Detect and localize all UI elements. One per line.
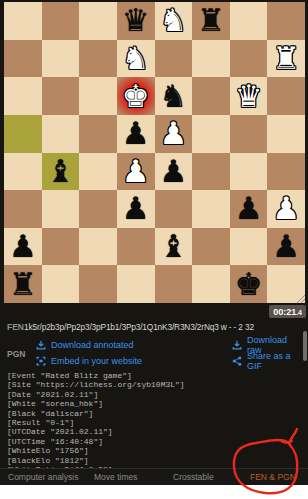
- square-b1[interactable]: [230, 2, 268, 40]
- fen-label: FEN: [7, 322, 24, 332]
- white-rook-a2: ♜: [267, 40, 305, 78]
- pgn-links: Download annotated Download raw Embed in…: [36, 339, 300, 367]
- black-rook-h8: ♜: [4, 265, 42, 303]
- black-pawn-a7: ♟: [267, 228, 305, 266]
- square-h2[interactable]: [4, 40, 42, 78]
- black-pawn-d5: ♟: [155, 153, 193, 191]
- download-raw-link[interactable]: Download raw: [232, 339, 300, 351]
- square-h7[interactable]: ♟: [4, 228, 42, 266]
- chess-board: ♛♞♜♞♜♚♞♛♟♟♝♟♟♟♟♟♟♝♟♜♚: [4, 2, 305, 303]
- square-b3[interactable]: ♛: [230, 77, 268, 115]
- square-b8[interactable]: ♚: [230, 265, 268, 303]
- tab-move-times[interactable]: Move times: [94, 469, 137, 485]
- white-pawn-e5: ♟: [117, 153, 155, 191]
- square-b6[interactable]: ♟: [230, 190, 268, 228]
- black-pawn-b6: ♟: [230, 190, 268, 228]
- square-d4[interactable]: ♟: [155, 115, 193, 153]
- scrollbar-thumb[interactable]: [303, 331, 307, 361]
- square-c1[interactable]: ♜: [192, 2, 230, 40]
- square-g1[interactable]: [42, 2, 80, 40]
- square-c5[interactable]: [192, 153, 230, 191]
- black-rook-c1: ♜: [192, 2, 230, 40]
- download-icon: [232, 340, 242, 350]
- square-g6[interactable]: [42, 190, 80, 228]
- square-e8[interactable]: [117, 265, 155, 303]
- square-f2[interactable]: [79, 40, 117, 78]
- underboard-tab-bar: Computer analysis Move times Crosstable …: [0, 468, 308, 485]
- square-c4[interactable]: [192, 115, 230, 153]
- square-a7[interactable]: ♟: [267, 228, 305, 266]
- tab-crosstable[interactable]: Crosstable: [173, 469, 214, 485]
- square-c7[interactable]: [192, 228, 230, 266]
- share-icon: [232, 356, 242, 366]
- square-d7[interactable]: ♝: [155, 228, 193, 266]
- pgn-label: PGN: [7, 349, 25, 359]
- white-pawn-d4: ♟: [155, 115, 193, 153]
- square-d6[interactable]: [155, 190, 193, 228]
- square-d8[interactable]: [155, 265, 193, 303]
- square-b7[interactable]: [230, 228, 268, 266]
- square-e4[interactable]: ♟: [117, 115, 155, 153]
- embed-website-link[interactable]: Embed in your website: [36, 355, 232, 367]
- white-queen-b3: ♛: [230, 77, 268, 115]
- move-time-badge: 00:21.4: [269, 305, 306, 318]
- embed-icon: [36, 356, 46, 366]
- square-h6[interactable]: [4, 190, 42, 228]
- square-b5[interactable]: [230, 153, 268, 191]
- square-a3[interactable]: [267, 77, 305, 115]
- square-d1[interactable]: ♞: [155, 2, 193, 40]
- fen-row: FEN 1k5r/p2b3p/Pp2p3/3pP1b1/3Pp3/1Q1nK3/…: [7, 320, 304, 334]
- square-f4[interactable]: [79, 115, 117, 153]
- square-g3[interactable]: [42, 77, 80, 115]
- black-queen-e1: ♛: [117, 2, 155, 40]
- white-pawn-a6: ♟: [267, 190, 305, 228]
- lichess-fen-pgn-panel-screenshot: ♛♞♜♞♜♚♞♛♟♟♝♟♟♟♟♟♟♝♟♜♚ 00:21.4 FEN 1k5r/p…: [0, 0, 308, 499]
- square-h3[interactable]: [4, 77, 42, 115]
- white-knight-e2: ♞: [117, 40, 155, 78]
- black-king-b8: ♚: [230, 265, 268, 303]
- square-c2[interactable]: [192, 40, 230, 78]
- square-e2[interactable]: ♞: [117, 40, 155, 78]
- square-h5[interactable]: [4, 153, 42, 191]
- square-g7[interactable]: [42, 228, 80, 266]
- tab-computer-analysis[interactable]: Computer analysis: [8, 469, 78, 485]
- square-f6[interactable]: [79, 190, 117, 228]
- square-g5[interactable]: ♝: [42, 153, 80, 191]
- link-label: Embed in your website: [51, 356, 142, 366]
- square-d2[interactable]: [155, 40, 193, 78]
- link-label: Download annotated: [51, 340, 134, 350]
- square-b2[interactable]: [230, 40, 268, 78]
- link-label: Share as a GIF: [247, 351, 300, 371]
- tab-fen-pgn[interactable]: FEN & PGN: [250, 469, 296, 485]
- resize-handle[interactable]: [296, 294, 306, 304]
- move-time-value: 00:21: [273, 307, 296, 317]
- pgn-text-block[interactable]: [Event "Rated Blitz game"] [Site "https:…: [7, 371, 299, 468]
- square-g4[interactable]: [42, 115, 80, 153]
- black-pawn-h7: ♟: [4, 228, 42, 266]
- fen-string[interactable]: 1k5r/p2b3p/Pp2p3/3pP1b1/3Pp3/1Q1nK3/R3N3…: [24, 322, 254, 332]
- square-a6[interactable]: ♟: [267, 190, 305, 228]
- white-king-e3: ♚: [117, 77, 155, 115]
- square-d3[interactable]: ♞: [155, 77, 193, 115]
- square-f7[interactable]: [79, 228, 117, 266]
- square-f8[interactable]: [79, 265, 117, 303]
- square-h1[interactable]: [4, 2, 42, 40]
- download-icon: [36, 340, 46, 350]
- square-f3[interactable]: [79, 77, 117, 115]
- square-e5[interactable]: ♟: [117, 153, 155, 191]
- square-c6[interactable]: [192, 190, 230, 228]
- black-pawn-e6: ♟: [117, 190, 155, 228]
- black-pawn-e4: ♟: [117, 115, 155, 153]
- square-h8[interactable]: ♜: [4, 265, 42, 303]
- square-e1[interactable]: ♛: [117, 2, 155, 40]
- square-a2[interactable]: ♜: [267, 40, 305, 78]
- square-e6[interactable]: ♟: [117, 190, 155, 228]
- black-bishop-d7: ♝: [155, 228, 193, 266]
- square-a1[interactable]: [267, 2, 305, 40]
- square-f5[interactable]: [79, 153, 117, 191]
- square-g8[interactable]: [42, 265, 80, 303]
- share-gif-link[interactable]: Share as a GIF: [232, 355, 300, 367]
- move-time-tenths: .4: [296, 309, 302, 316]
- square-c8[interactable]: [192, 265, 230, 303]
- black-knight-d3: ♞: [155, 77, 193, 115]
- square-c3[interactable]: [192, 77, 230, 115]
- square-h4[interactable]: [4, 115, 42, 153]
- analysis-panel: ♛♞♜♞♜♚♞♛♟♟♝♟♟♟♟♟♟♝♟♜♚ 00:21.4 FEN 1k5r/p…: [0, 0, 308, 485]
- square-b4[interactable]: [230, 115, 268, 153]
- square-e7[interactable]: [117, 228, 155, 266]
- square-f1[interactable]: [79, 2, 117, 40]
- download-annotated-link[interactable]: Download annotated: [36, 339, 232, 351]
- square-g2[interactable]: [42, 40, 80, 78]
- white-knight-d1: ♞: [155, 2, 193, 40]
- black-bishop-g5: ♝: [42, 153, 80, 191]
- square-e3[interactable]: ♚: [117, 77, 155, 115]
- square-a5[interactable]: [267, 153, 305, 191]
- page-background-strip: [0, 485, 308, 499]
- square-d5[interactable]: ♟: [155, 153, 193, 191]
- square-a4[interactable]: [267, 115, 305, 153]
